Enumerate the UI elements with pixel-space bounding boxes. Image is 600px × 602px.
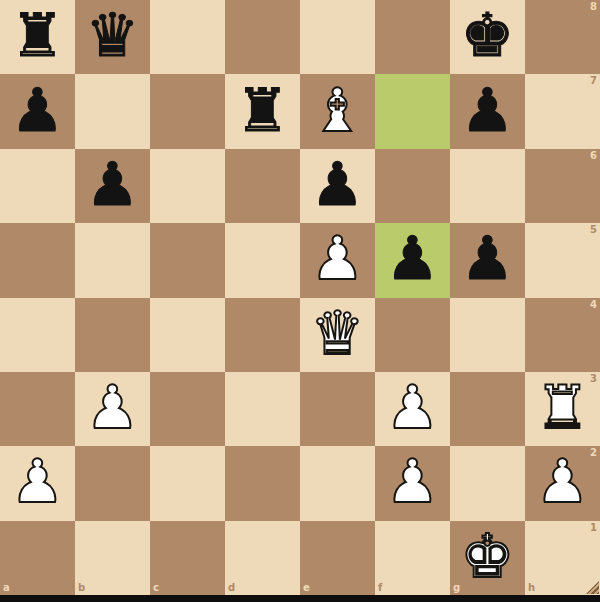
square-g8[interactable]: ♚ — [450, 0, 525, 74]
file-label-f: f — [378, 583, 382, 593]
square-b4[interactable] — [75, 298, 150, 372]
square-b8[interactable]: ♛ — [75, 0, 150, 74]
piece-black-king[interactable]: ♚ — [461, 5, 515, 65]
square-a8[interactable]: ♜ — [0, 0, 75, 74]
piece-black-pawn[interactable]: ♟ — [11, 80, 65, 140]
square-e3[interactable] — [300, 372, 375, 446]
file-label-a: a — [3, 583, 10, 593]
square-c6[interactable] — [150, 149, 225, 223]
file-label-e: e — [303, 583, 310, 593]
square-c2[interactable] — [150, 446, 225, 520]
piece-white-pawn[interactable]: ♟ — [386, 377, 440, 437]
rank-label-2: 2 — [590, 448, 597, 458]
square-b5[interactable] — [75, 223, 150, 297]
square-f8[interactable] — [375, 0, 450, 74]
square-c3[interactable] — [150, 372, 225, 446]
piece-white-rook[interactable]: ♜ — [536, 377, 590, 437]
piece-white-bishop[interactable]: ♝ — [311, 80, 365, 140]
file-label-d: d — [228, 583, 235, 593]
piece-white-queen[interactable]: ♛ — [311, 303, 365, 363]
square-f7[interactable] — [375, 74, 450, 148]
square-a3[interactable] — [0, 372, 75, 446]
square-g2[interactable] — [450, 446, 525, 520]
square-h8[interactable]: 8 — [525, 0, 600, 74]
rank-label-7: 7 — [590, 76, 597, 86]
file-label-c: c — [153, 583, 159, 593]
square-a2[interactable]: ♟ — [0, 446, 75, 520]
piece-white-pawn[interactable]: ♟ — [11, 451, 65, 511]
piece-black-rook[interactable]: ♜ — [236, 80, 290, 140]
square-c5[interactable] — [150, 223, 225, 297]
square-g3[interactable] — [450, 372, 525, 446]
square-d2[interactable] — [225, 446, 300, 520]
rank-label-4: 4 — [590, 300, 597, 310]
square-b2[interactable] — [75, 446, 150, 520]
piece-white-king[interactable]: ♚ — [461, 526, 515, 586]
piece-black-pawn[interactable]: ♟ — [461, 228, 515, 288]
piece-black-pawn[interactable]: ♟ — [461, 80, 515, 140]
bottom-bar — [0, 595, 600, 602]
square-h7[interactable]: 7 — [525, 74, 600, 148]
square-h4[interactable]: 4 — [525, 298, 600, 372]
square-g4[interactable] — [450, 298, 525, 372]
rank-label-8: 8 — [590, 2, 597, 12]
square-d8[interactable] — [225, 0, 300, 74]
square-d4[interactable] — [225, 298, 300, 372]
square-g1[interactable]: g♚ — [450, 521, 525, 595]
square-b3[interactable]: ♟ — [75, 372, 150, 446]
square-d3[interactable] — [225, 372, 300, 446]
rank-label-6: 6 — [590, 151, 597, 161]
piece-white-pawn[interactable]: ♟ — [311, 228, 365, 288]
square-h5[interactable]: 5 — [525, 223, 600, 297]
square-c7[interactable] — [150, 74, 225, 148]
piece-white-pawn[interactable]: ♟ — [86, 377, 140, 437]
square-g6[interactable] — [450, 149, 525, 223]
square-c1[interactable]: c — [150, 521, 225, 595]
square-g5[interactable]: ♟ — [450, 223, 525, 297]
square-f2[interactable]: ♟ — [375, 446, 450, 520]
piece-white-pawn[interactable]: ♟ — [386, 451, 440, 511]
piece-black-pawn[interactable]: ♟ — [86, 154, 140, 214]
chess-board-app: ♜♛♚8♟♜♝♟7♟♟6♟♟♟5♛4♟♟3♜♟♟2♟abcdefg♚1h — [0, 0, 600, 602]
square-h2[interactable]: 2♟ — [525, 446, 600, 520]
square-a7[interactable]: ♟ — [0, 74, 75, 148]
square-a6[interactable] — [0, 149, 75, 223]
square-g7[interactable]: ♟ — [450, 74, 525, 148]
piece-black-pawn[interactable]: ♟ — [311, 154, 365, 214]
square-h1[interactable]: 1h — [525, 521, 600, 595]
square-e2[interactable] — [300, 446, 375, 520]
square-f5[interactable]: ♟ — [375, 223, 450, 297]
square-d7[interactable]: ♜ — [225, 74, 300, 148]
square-a1[interactable]: a — [0, 521, 75, 595]
square-f4[interactable] — [375, 298, 450, 372]
square-e5[interactable]: ♟ — [300, 223, 375, 297]
piece-black-rook[interactable]: ♜ — [11, 5, 65, 65]
square-h6[interactable]: 6 — [525, 149, 600, 223]
rank-label-5: 5 — [590, 225, 597, 235]
square-f3[interactable]: ♟ — [375, 372, 450, 446]
chess-board: ♜♛♚8♟♜♝♟7♟♟6♟♟♟5♛4♟♟3♜♟♟2♟abcdefg♚1h — [0, 0, 600, 595]
file-label-g: g — [453, 583, 460, 593]
rank-label-1: 1 — [590, 523, 597, 533]
piece-black-pawn[interactable]: ♟ — [386, 228, 440, 288]
square-e7[interactable]: ♝ — [300, 74, 375, 148]
square-e8[interactable] — [300, 0, 375, 74]
rank-label-3: 3 — [590, 374, 597, 384]
piece-black-queen[interactable]: ♛ — [86, 5, 140, 65]
square-e6[interactable]: ♟ — [300, 149, 375, 223]
square-b7[interactable] — [75, 74, 150, 148]
square-b1[interactable]: b — [75, 521, 150, 595]
square-f6[interactable] — [375, 149, 450, 223]
file-label-b: b — [78, 583, 85, 593]
square-c4[interactable] — [150, 298, 225, 372]
square-c8[interactable] — [150, 0, 225, 74]
square-e4[interactable]: ♛ — [300, 298, 375, 372]
file-label-h: h — [528, 583, 535, 593]
square-d5[interactable] — [225, 223, 300, 297]
square-d6[interactable] — [225, 149, 300, 223]
square-a4[interactable] — [0, 298, 75, 372]
square-d1[interactable]: d — [225, 521, 300, 595]
square-b6[interactable]: ♟ — [75, 149, 150, 223]
square-h3[interactable]: 3♜ — [525, 372, 600, 446]
square-f1[interactable]: f — [375, 521, 450, 595]
piece-white-pawn[interactable]: ♟ — [536, 451, 590, 511]
square-a5[interactable] — [0, 223, 75, 297]
square-e1[interactable]: e — [300, 521, 375, 595]
